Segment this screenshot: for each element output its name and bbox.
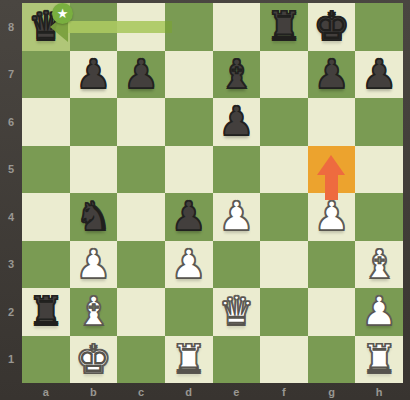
rank-label-3: 3 bbox=[0, 241, 22, 289]
white-pawn[interactable]: ♟ bbox=[314, 193, 350, 240]
square-b8[interactable] bbox=[70, 3, 118, 51]
square-e7[interactable]: ♝ bbox=[213, 51, 261, 99]
black-pawn[interactable]: ♟ bbox=[361, 51, 397, 98]
square-e1[interactable] bbox=[213, 336, 261, 384]
rank-label-5: 5 bbox=[0, 146, 22, 194]
rank-label-7: 7 bbox=[0, 51, 22, 99]
rank-label-1: 1 bbox=[0, 336, 22, 384]
square-f2[interactable] bbox=[260, 288, 308, 336]
square-a8[interactable]: ♛ bbox=[22, 3, 70, 51]
rank-label-4: 4 bbox=[0, 193, 22, 241]
square-c6[interactable] bbox=[117, 98, 165, 146]
square-a5[interactable] bbox=[22, 146, 70, 194]
white-king[interactable]: ♚ bbox=[76, 336, 112, 383]
square-e2[interactable]: ♛ bbox=[213, 288, 261, 336]
square-d6[interactable] bbox=[165, 98, 213, 146]
square-h1[interactable]: ♜ bbox=[355, 336, 403, 384]
white-pawn[interactable]: ♟ bbox=[171, 241, 207, 288]
black-bishop[interactable]: ♝ bbox=[218, 51, 254, 98]
black-rook[interactable]: ♜ bbox=[28, 288, 64, 335]
square-b5[interactable] bbox=[70, 146, 118, 194]
rank-label-8: 8 bbox=[0, 3, 22, 51]
white-bishop[interactable]: ♝ bbox=[76, 288, 112, 335]
square-b3[interactable]: ♟ bbox=[70, 241, 118, 289]
file-label-d: d bbox=[165, 383, 213, 400]
file-label-a: a bbox=[22, 383, 70, 400]
square-d5[interactable] bbox=[165, 146, 213, 194]
square-h4[interactable] bbox=[355, 193, 403, 241]
square-g5[interactable] bbox=[308, 146, 356, 194]
square-f8[interactable]: ♜ bbox=[260, 3, 308, 51]
black-pawn[interactable]: ♟ bbox=[171, 193, 207, 240]
square-d3[interactable]: ♟ bbox=[165, 241, 213, 289]
square-d8[interactable] bbox=[165, 3, 213, 51]
square-h3[interactable]: ♝ bbox=[355, 241, 403, 289]
square-b6[interactable] bbox=[70, 98, 118, 146]
square-f3[interactable] bbox=[260, 241, 308, 289]
square-b2[interactable]: ♝ bbox=[70, 288, 118, 336]
file-label-g: g bbox=[308, 383, 356, 400]
file-label-c: c bbox=[117, 383, 165, 400]
square-a7[interactable] bbox=[22, 51, 70, 99]
square-e3[interactable] bbox=[213, 241, 261, 289]
square-e8[interactable] bbox=[213, 3, 261, 51]
file-label-h: h bbox=[355, 383, 403, 400]
square-h6[interactable] bbox=[355, 98, 403, 146]
square-d2[interactable] bbox=[165, 288, 213, 336]
file-label-b: b bbox=[70, 383, 118, 400]
square-f6[interactable] bbox=[260, 98, 308, 146]
square-h5[interactable] bbox=[355, 146, 403, 194]
square-f1[interactable] bbox=[260, 336, 308, 384]
square-f7[interactable] bbox=[260, 51, 308, 99]
rank-label-6: 6 bbox=[0, 98, 22, 146]
square-e4[interactable]: ♟ bbox=[213, 193, 261, 241]
square-g7[interactable]: ♟ bbox=[308, 51, 356, 99]
file-label-f: f bbox=[260, 383, 308, 400]
chess-board: ♛♜♚♟♟♝♟♟♟♞♟♟♟♟♟♝♜♝♛♟♚♜♜ bbox=[22, 3, 403, 383]
square-g6[interactable] bbox=[308, 98, 356, 146]
square-c1[interactable] bbox=[117, 336, 165, 384]
square-g8[interactable]: ♚ bbox=[308, 3, 356, 51]
white-rook[interactable]: ♜ bbox=[171, 336, 207, 383]
square-a4[interactable] bbox=[22, 193, 70, 241]
square-c3[interactable] bbox=[117, 241, 165, 289]
square-e5[interactable] bbox=[213, 146, 261, 194]
white-pawn[interactable]: ♟ bbox=[218, 193, 254, 240]
square-a3[interactable] bbox=[22, 241, 70, 289]
square-h2[interactable]: ♟ bbox=[355, 288, 403, 336]
file-labels: abcdefgh bbox=[22, 383, 403, 400]
black-king[interactable]: ♚ bbox=[314, 3, 350, 50]
square-f5[interactable] bbox=[260, 146, 308, 194]
square-d4[interactable]: ♟ bbox=[165, 193, 213, 241]
square-g4[interactable]: ♟ bbox=[308, 193, 356, 241]
black-queen[interactable]: ♛ bbox=[28, 3, 64, 50]
black-pawn[interactable]: ♟ bbox=[218, 98, 254, 145]
square-b4[interactable]: ♞ bbox=[70, 193, 118, 241]
white-pawn[interactable]: ♟ bbox=[76, 241, 112, 288]
square-d7[interactable] bbox=[165, 51, 213, 99]
square-c2[interactable] bbox=[117, 288, 165, 336]
black-pawn[interactable]: ♟ bbox=[76, 51, 112, 98]
square-g3[interactable] bbox=[308, 241, 356, 289]
square-b1[interactable]: ♚ bbox=[70, 336, 118, 384]
black-knight[interactable]: ♞ bbox=[76, 193, 112, 240]
square-g1[interactable] bbox=[308, 336, 356, 384]
white-bishop[interactable]: ♝ bbox=[361, 241, 397, 288]
square-f4[interactable] bbox=[260, 193, 308, 241]
rank-labels: 87654321 bbox=[0, 3, 22, 383]
white-rook[interactable]: ♜ bbox=[361, 336, 397, 383]
chess-board-app: 87654321 ♛♜♚♟♟♝♟♟♟♞♟♟♟♟♟♝♜♝♛♟♚♜♜ abcdefg… bbox=[0, 0, 410, 400]
square-c7[interactable]: ♟ bbox=[117, 51, 165, 99]
square-h8[interactable] bbox=[355, 3, 403, 51]
square-b7[interactable]: ♟ bbox=[70, 51, 118, 99]
square-g2[interactable] bbox=[308, 288, 356, 336]
black-pawn[interactable]: ♟ bbox=[123, 51, 159, 98]
black-pawn[interactable]: ♟ bbox=[314, 51, 350, 98]
square-e6[interactable]: ♟ bbox=[213, 98, 261, 146]
rank-label-2: 2 bbox=[0, 288, 22, 336]
square-d1[interactable]: ♜ bbox=[165, 336, 213, 384]
white-queen[interactable]: ♛ bbox=[218, 288, 254, 335]
square-h7[interactable]: ♟ bbox=[355, 51, 403, 99]
square-c8[interactable] bbox=[117, 3, 165, 51]
square-a2[interactable]: ♜ bbox=[22, 288, 70, 336]
square-c4[interactable] bbox=[117, 193, 165, 241]
square-c5[interactable] bbox=[117, 146, 165, 194]
black-rook[interactable]: ♜ bbox=[266, 3, 302, 50]
file-label-e: e bbox=[213, 383, 261, 400]
square-a6[interactable] bbox=[22, 98, 70, 146]
white-pawn[interactable]: ♟ bbox=[361, 288, 397, 335]
square-a1[interactable] bbox=[22, 336, 70, 384]
